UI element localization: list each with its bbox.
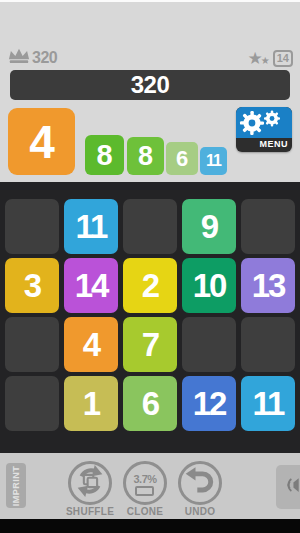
stats-row: 320 ★ ★ 14 [8, 48, 293, 68]
queue-next-tile-1: 8 [85, 135, 124, 175]
grid-cell-empty[interactable] [241, 199, 295, 254]
queue-next-tile-3: 6 [166, 142, 198, 175]
queue-next-tile-4: 11 [200, 147, 227, 175]
menu-button[interactable]: MENU [236, 107, 292, 152]
clone-icon: 3.7% [133, 473, 156, 496]
grid-tile-3[interactable]: 3 [5, 258, 59, 313]
undo-button[interactable] [178, 461, 222, 505]
grid-tile-13[interactable]: 13 [241, 258, 295, 313]
grid-tile-11[interactable]: 11 [241, 376, 295, 431]
grid-cell-empty[interactable] [5, 376, 59, 431]
undo-label: UNDO [170, 506, 230, 517]
menu-label: MENU [236, 138, 292, 152]
footer-bar: IMPRINT SHUFFLE 3.7% [0, 453, 300, 519]
clone-label: CLONE [115, 506, 175, 517]
grid-cell-empty[interactable] [5, 317, 59, 372]
clone-percentage: 3.7% [133, 473, 156, 485]
best-score-value: 320 [32, 49, 57, 67]
grid-tile-9[interactable]: 9 [182, 199, 236, 254]
crown-icon [8, 48, 30, 68]
grid-tile-1[interactable]: 1 [64, 376, 118, 431]
grid-tile-14[interactable]: 14 [64, 258, 118, 313]
board: 1193142101347161211 [0, 182, 300, 453]
undo-arrow-icon [183, 464, 217, 502]
grid-tile-12[interactable]: 12 [182, 376, 236, 431]
grid-tile-11[interactable]: 11 [64, 199, 118, 254]
shuffle-label: SHUFFLE [60, 506, 120, 517]
imprint-button[interactable]: IMPRINT [6, 463, 26, 508]
grid-tile-4[interactable]: 4 [64, 317, 118, 372]
clone-button[interactable]: 3.7% [123, 461, 167, 505]
imprint-label: IMPRINT [11, 465, 21, 506]
home-bar [0, 519, 300, 533]
best-score: 320 [8, 48, 57, 68]
game-screen: 320 ★ ★ 14 320 4 88611 [0, 0, 300, 533]
level-indicator: ★ ★ 14 [248, 50, 293, 67]
sound-button[interactable] [276, 465, 300, 509]
speaker-icon [279, 474, 300, 500]
grid-tile-10[interactable]: 10 [182, 258, 236, 313]
level-badge: 14 [273, 50, 293, 67]
clone-bar-icon [135, 486, 154, 496]
queue-current-tile: 4 [8, 108, 75, 175]
grid-cell-empty[interactable] [123, 199, 177, 254]
grid-cell-empty[interactable] [241, 317, 295, 372]
score-bar: 320 [10, 70, 290, 100]
gears-icon [236, 107, 292, 138]
shuffle-icon [72, 463, 108, 503]
grid-tile-7[interactable]: 7 [123, 317, 177, 372]
grid-cell-empty[interactable] [5, 199, 59, 254]
grid-tile-6[interactable]: 6 [123, 376, 177, 431]
queue-next-tile-2: 8 [127, 137, 164, 175]
grid-tile-2[interactable]: 2 [123, 258, 177, 313]
grid-cell-empty[interactable] [182, 317, 236, 372]
star-small-icon: ★ [261, 56, 270, 66]
status-bar [0, 0, 300, 2]
shuffle-button[interactable] [68, 461, 112, 505]
